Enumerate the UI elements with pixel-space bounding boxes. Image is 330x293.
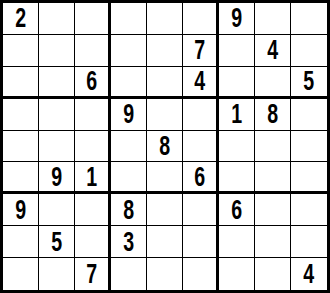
cell-r5c8[interactable]: [255, 131, 291, 163]
cell-r6c4[interactable]: [111, 162, 147, 194]
cell-r1c7[interactable]: 9: [219, 3, 255, 35]
given-digit: 4: [267, 36, 278, 64]
cell-r7c5[interactable]: [147, 194, 183, 226]
cell-r9c7[interactable]: [219, 258, 255, 290]
cell-r5c9[interactable]: [291, 131, 327, 163]
cell-r3c9[interactable]: 5: [291, 67, 327, 99]
cell-r8c2[interactable]: 5: [39, 226, 75, 258]
cell-r7c7[interactable]: 6: [219, 194, 255, 226]
cell-r1c1[interactable]: 2: [3, 3, 39, 35]
cell-r1c8[interactable]: [255, 3, 291, 35]
cell-r6c2[interactable]: 9: [39, 162, 75, 194]
cell-r8c1[interactable]: [3, 226, 39, 258]
cell-r1c6[interactable]: [183, 3, 219, 35]
cell-r7c2[interactable]: [39, 194, 75, 226]
cell-r4c6[interactable]: [183, 99, 219, 131]
cell-r9c6[interactable]: [183, 258, 219, 290]
given-digit: 7: [194, 36, 205, 64]
given-digit: 1: [231, 100, 242, 128]
cell-r9c2[interactable]: [39, 258, 75, 290]
given-digit: 6: [194, 163, 205, 191]
given-digit: 3: [123, 228, 134, 256]
cell-r6c8[interactable]: [255, 162, 291, 194]
cell-r4c9[interactable]: [291, 99, 327, 131]
cell-r6c3[interactable]: 1: [75, 162, 111, 194]
cell-r8c5[interactable]: [147, 226, 183, 258]
cell-r2c1[interactable]: [3, 35, 39, 67]
cell-r4c3[interactable]: [75, 99, 111, 131]
given-digit: 6: [231, 196, 242, 224]
cell-r4c8[interactable]: 8: [255, 99, 291, 131]
cell-r3c8[interactable]: [255, 67, 291, 99]
cell-r6c7[interactable]: [219, 162, 255, 194]
cell-r7c9[interactable]: [291, 194, 327, 226]
cell-r3c4[interactable]: [111, 67, 147, 99]
cell-r9c9[interactable]: 4: [291, 258, 327, 290]
cell-r8c7[interactable]: [219, 226, 255, 258]
cell-r8c4[interactable]: 3: [111, 226, 147, 258]
given-digit: 4: [194, 67, 205, 95]
cell-r2c2[interactable]: [39, 35, 75, 67]
cell-r2c7[interactable]: [219, 35, 255, 67]
cell-r2c4[interactable]: [111, 35, 147, 67]
given-digit: 8: [123, 196, 134, 224]
cell-r4c1[interactable]: [3, 99, 39, 131]
cell-r1c9[interactable]: [291, 3, 327, 35]
cell-r2c9[interactable]: [291, 35, 327, 67]
cell-r8c3[interactable]: [75, 226, 111, 258]
cell-r3c6[interactable]: 4: [183, 67, 219, 99]
given-digit: 6: [86, 67, 97, 95]
given-digit: 5: [51, 228, 62, 256]
cell-r4c2[interactable]: [39, 99, 75, 131]
cell-r9c3[interactable]: 7: [75, 258, 111, 290]
cell-r7c8[interactable]: [255, 194, 291, 226]
cell-r1c4[interactable]: [111, 3, 147, 35]
given-digit: 9: [15, 196, 26, 224]
cell-r4c4[interactable]: 9: [111, 99, 147, 131]
sudoku-puzzle: 297464591889169865374: [0, 0, 330, 293]
cell-r5c4[interactable]: [111, 131, 147, 163]
cell-r2c6[interactable]: 7: [183, 35, 219, 67]
cell-r1c3[interactable]: [75, 3, 111, 35]
cell-r4c7[interactable]: 1: [219, 99, 255, 131]
cell-r8c6[interactable]: [183, 226, 219, 258]
cell-r5c5[interactable]: 8: [147, 131, 183, 163]
cell-r2c5[interactable]: [147, 35, 183, 67]
cell-r2c3[interactable]: [75, 35, 111, 67]
cell-r5c3[interactable]: [75, 131, 111, 163]
given-digit: 1: [86, 163, 97, 191]
sudoku-board: 297464591889169865374: [0, 0, 330, 293]
cell-r2c8[interactable]: 4: [255, 35, 291, 67]
cell-r3c7[interactable]: [219, 67, 255, 99]
cell-r3c5[interactable]: [147, 67, 183, 99]
cell-r5c6[interactable]: [183, 131, 219, 163]
cell-r7c6[interactable]: [183, 194, 219, 226]
cell-r1c2[interactable]: [39, 3, 75, 35]
cell-r7c3[interactable]: [75, 194, 111, 226]
cell-r5c2[interactable]: [39, 131, 75, 163]
given-digit: 9: [231, 4, 242, 32]
given-digit: 9: [51, 163, 62, 191]
cell-r7c4[interactable]: 8: [111, 194, 147, 226]
cell-r6c5[interactable]: [147, 162, 183, 194]
cell-r3c1[interactable]: [3, 67, 39, 99]
cell-r1c5[interactable]: [147, 3, 183, 35]
cell-r4c5[interactable]: [147, 99, 183, 131]
cell-r9c4[interactable]: [111, 258, 147, 290]
cell-r6c9[interactable]: [291, 162, 327, 194]
cell-r8c9[interactable]: [291, 226, 327, 258]
cell-r6c1[interactable]: [3, 162, 39, 194]
given-digit: 7: [86, 260, 97, 288]
cell-r3c2[interactable]: [39, 67, 75, 99]
cell-r7c1[interactable]: 9: [3, 194, 39, 226]
given-digit: 5: [304, 67, 315, 95]
given-digit: 8: [159, 132, 170, 160]
cell-r8c8[interactable]: [255, 226, 291, 258]
cell-r6c6[interactable]: 6: [183, 162, 219, 194]
given-digit: 8: [267, 100, 278, 128]
cell-r5c7[interactable]: [219, 131, 255, 163]
given-digit: 9: [123, 100, 134, 128]
cell-r9c1[interactable]: [3, 258, 39, 290]
cell-r9c8[interactable]: [255, 258, 291, 290]
cell-r9c5[interactable]: [147, 258, 183, 290]
cell-r3c3[interactable]: 6: [75, 67, 111, 99]
given-digit: 4: [304, 260, 315, 288]
cell-r5c1[interactable]: [3, 131, 39, 163]
given-digit: 2: [15, 4, 26, 32]
